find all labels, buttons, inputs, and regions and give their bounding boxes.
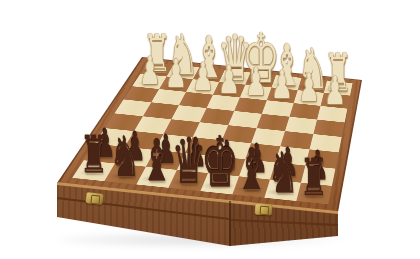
piece-shadow [138,81,158,86]
piece-shadow [307,175,327,180]
piece-shadow [267,189,296,196]
piece-shadow [154,159,174,164]
piece-shadow [297,98,317,103]
piece-shadow [271,95,291,100]
piece-shadow [164,84,184,89]
piece-shadow [191,86,211,91]
piece-shadow [246,169,266,174]
piece-shadow [276,172,296,177]
brass-latch-left-icon [85,192,103,205]
piece-shadow [167,70,196,77]
piece-shadow [270,81,299,88]
piece-shadow [93,153,113,158]
piece-shadow [235,185,264,192]
piece-shadow [215,166,235,171]
chess-set-photo: ♜♞♝♛♚♝♞♜♟♟♟♟♟♟♟♟♟♟♟♟♟♟♟♟♜♞♝♛♚♝♞♜ [0,0,420,259]
brass-latch-right-icon [255,204,273,216]
piece-shadow [217,89,237,94]
piece-shadow [170,178,202,186]
piece-shadow [140,176,169,183]
piece-shadow [244,92,264,97]
piece-shadow [324,100,344,105]
piece-shadow [296,84,325,91]
piece-shadow [184,163,204,168]
piece-shadow [109,172,138,179]
piece-shadow [123,156,143,161]
